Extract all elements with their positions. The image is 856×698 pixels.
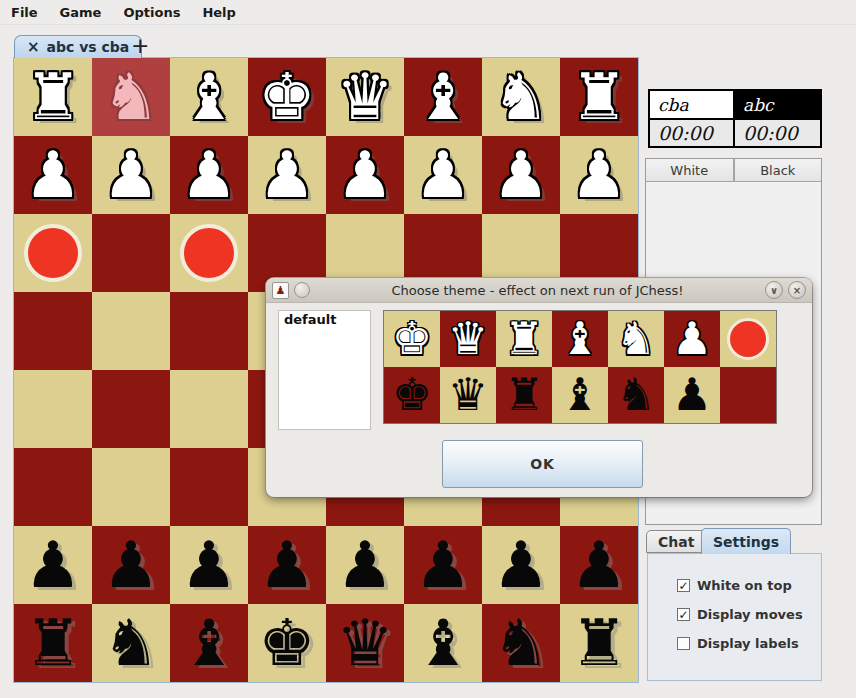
white-pawn: ♟: [336, 136, 393, 214]
white-pawn: ♟: [492, 136, 549, 214]
preview-black-king: ♚: [392, 367, 432, 423]
white-queen: ♛: [336, 58, 393, 136]
white-king: ♚: [258, 58, 315, 136]
white-pawn: ♟: [414, 136, 471, 214]
white-pawn: ♟: [570, 136, 627, 214]
option-white-on-top[interactable]: ✓ White on top: [677, 578, 821, 593]
tab-title: abc vs cba: [47, 39, 130, 55]
preview-square: ♚: [384, 311, 440, 367]
preview-square: ♚: [384, 367, 440, 423]
square-g1[interactable]: ♞: [92, 58, 170, 136]
checkbox-display-moves[interactable]: ✓: [677, 608, 690, 621]
black-pawn: ♟: [24, 526, 81, 604]
theme-list-item-default[interactable]: default: [279, 311, 370, 328]
square-h8[interactable]: ♜: [14, 604, 92, 682]
square-g6[interactable]: [92, 448, 170, 526]
square-h7[interactable]: ♟: [14, 526, 92, 604]
square-e1[interactable]: ♚: [248, 58, 326, 136]
square-d7[interactable]: ♟: [326, 526, 404, 604]
dialog-menu-button[interactable]: [294, 282, 310, 298]
square-b8[interactable]: ♞: [482, 604, 560, 682]
square-h5[interactable]: [14, 370, 92, 448]
preview-square: ♛: [440, 311, 496, 367]
square-f4[interactable]: [170, 292, 248, 370]
new-tab-button[interactable]: +: [131, 33, 149, 58]
ok-button[interactable]: OK: [442, 440, 643, 488]
square-g3[interactable]: [92, 214, 170, 292]
preview-white-rook: ♜: [504, 311, 544, 367]
square-h2[interactable]: ♟: [14, 136, 92, 214]
black-pawn: ♟: [492, 526, 549, 604]
white-pawn: ♟: [258, 136, 315, 214]
black-pawn: ♟: [102, 526, 159, 604]
square-h4[interactable]: [14, 292, 92, 370]
move-hint-dot[interactable]: [24, 224, 82, 282]
square-g4[interactable]: [92, 292, 170, 370]
square-d2[interactable]: ♟: [326, 136, 404, 214]
square-d1[interactable]: ♛: [326, 58, 404, 136]
white-player-name: cba: [650, 91, 735, 118]
preview-square: ♝: [552, 311, 608, 367]
checkbox-white-on-top[interactable]: ✓: [677, 579, 690, 592]
black-pawn: ♟: [570, 526, 627, 604]
preview-black-knight: ♞: [616, 367, 656, 423]
preview-white-knight: ♞: [616, 311, 656, 367]
preview-square: ♜: [496, 311, 552, 367]
black-pawn: ♟: [180, 526, 237, 604]
square-h6[interactable]: [14, 448, 92, 526]
dialog-title: Choose theme - effect on next run of JCh…: [315, 283, 760, 298]
square-c1[interactable]: ♝: [404, 58, 482, 136]
black-knight: ♞: [492, 604, 549, 682]
square-e7[interactable]: ♟: [248, 526, 326, 604]
square-c2[interactable]: ♟: [404, 136, 482, 214]
square-b1[interactable]: ♞: [482, 58, 560, 136]
square-e8[interactable]: ♚: [248, 604, 326, 682]
white-knight: ♞: [492, 58, 549, 136]
black-king: ♚: [258, 604, 315, 682]
option-display-moves[interactable]: ✓ Display moves: [677, 607, 821, 622]
menu-game[interactable]: Game: [49, 5, 113, 20]
square-g2[interactable]: ♟: [92, 136, 170, 214]
dialog-shade-icon[interactable]: ∨: [765, 281, 783, 299]
jchess-pawn-icon: ♟: [272, 282, 289, 299]
preview-white-king: ♚: [392, 311, 432, 367]
menu-bar: File Game Options Help: [0, 0, 856, 25]
black-pawn: ♟: [258, 526, 315, 604]
theme-list: default: [278, 310, 371, 430]
choose-theme-dialog: ♟ Choose theme - effect on next run of J…: [266, 278, 812, 497]
square-g5[interactable]: [92, 370, 170, 448]
black-pawn: ♟: [414, 526, 471, 604]
preview-black-queen: ♛: [448, 367, 488, 423]
tab-chat[interactable]: Chat: [646, 530, 706, 553]
black-rook: ♜: [570, 604, 627, 682]
option-label: Display moves: [697, 607, 803, 622]
preview-square: ♞: [608, 311, 664, 367]
preview-black-pawn: ♟: [672, 367, 712, 423]
white-rook: ♜: [570, 58, 627, 136]
square-h3[interactable]: [14, 214, 92, 292]
square-f3[interactable]: [170, 214, 248, 292]
preview-square: [720, 311, 776, 367]
move-hint-dot[interactable]: [180, 224, 238, 282]
black-rook: ♜: [24, 604, 81, 682]
preview-square: ♞: [608, 367, 664, 423]
option-label: Display labels: [697, 636, 799, 651]
checkbox-display-labels[interactable]: [677, 637, 690, 650]
square-a8[interactable]: ♜: [560, 604, 638, 682]
white-knight: ♞: [102, 58, 159, 136]
square-f1[interactable]: ♝: [170, 58, 248, 136]
black-clock: 00:00: [735, 118, 820, 146]
square-d8[interactable]: ♛: [326, 604, 404, 682]
tab-settings[interactable]: Settings: [701, 528, 791, 554]
black-bishop: ♝: [414, 604, 471, 682]
dialog-title-bar[interactable]: ♟ Choose theme - effect on next run of J…: [266, 278, 812, 303]
white-bishop: ♝: [414, 58, 471, 136]
option-display-labels[interactable]: Display labels: [677, 636, 821, 651]
square-f5[interactable]: [170, 370, 248, 448]
option-label: White on top: [697, 578, 792, 593]
square-e2[interactable]: ♟: [248, 136, 326, 214]
white-rook: ♜: [24, 58, 81, 136]
preview-square: ♝: [552, 367, 608, 423]
moves-header-black: Black: [734, 159, 822, 182]
black-knight: ♞: [102, 604, 159, 682]
black-player-name: abc: [735, 91, 820, 118]
white-bishop: ♝: [180, 58, 237, 136]
dialog-close-icon[interactable]: ×: [788, 281, 806, 299]
white-pawn: ♟: [24, 136, 81, 214]
preview-square: ♜: [496, 367, 552, 423]
preview-square: ♟: [664, 367, 720, 423]
game-tab[interactable]: × abc vs cba: [14, 35, 142, 58]
square-b2[interactable]: ♟: [482, 136, 560, 214]
square-f7[interactable]: ♟: [170, 526, 248, 604]
white-pawn: ♟: [102, 136, 159, 214]
white-pawn: ♟: [180, 136, 237, 214]
square-h1[interactable]: ♜: [14, 58, 92, 136]
theme-preview: ♚♛♜♝♞♟♚♛♜♝♞♟: [383, 310, 777, 424]
square-c8[interactable]: ♝: [404, 604, 482, 682]
moves-header-white: White: [646, 159, 734, 182]
preview-move-hint-dot: [727, 318, 769, 360]
preview-white-queen: ♛: [448, 311, 488, 367]
square-a2[interactable]: ♟: [560, 136, 638, 214]
square-a1[interactable]: ♜: [560, 58, 638, 136]
menu-options[interactable]: Options: [112, 5, 191, 20]
settings-panel: ✓ White on top ✓ Display moves Display l…: [647, 553, 822, 681]
black-queen: ♛: [336, 604, 393, 682]
white-clock: 00:00: [650, 118, 735, 146]
square-f8[interactable]: ♝: [170, 604, 248, 682]
square-b7[interactable]: ♟: [482, 526, 560, 604]
black-pawn: ♟: [336, 526, 393, 604]
preview-white-pawn: ♟: [672, 311, 712, 367]
preview-square: ♛: [440, 367, 496, 423]
preview-black-bishop: ♝: [560, 367, 600, 423]
menu-file[interactable]: File: [0, 5, 49, 20]
menu-help[interactable]: Help: [191, 5, 246, 20]
black-bishop: ♝: [180, 604, 237, 682]
square-c7[interactable]: ♟: [404, 526, 482, 604]
square-g8[interactable]: ♞: [92, 604, 170, 682]
preview-black-rook: ♜: [504, 367, 544, 423]
square-g7[interactable]: ♟: [92, 526, 170, 604]
preview-square: [720, 367, 776, 423]
square-f2[interactable]: ♟: [170, 136, 248, 214]
clock-table: cba abc 00:00 00:00: [648, 89, 822, 148]
preview-square: ♟: [664, 311, 720, 367]
preview-white-bishop: ♝: [560, 311, 600, 367]
tab-close-icon[interactable]: ×: [27, 40, 40, 54]
square-a7[interactable]: ♟: [560, 526, 638, 604]
square-f6[interactable]: [170, 448, 248, 526]
